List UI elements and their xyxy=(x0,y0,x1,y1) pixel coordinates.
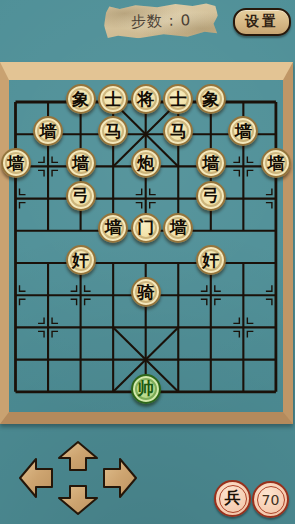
piece-弓: 弓 xyxy=(196,181,226,211)
piece-墙: 墙 xyxy=(98,213,128,243)
piece-帅[interactable]: 帅 xyxy=(131,374,161,404)
piece-士: 士 xyxy=(98,84,128,114)
piece-象: 象 xyxy=(196,84,226,114)
piece-炮: 炮 xyxy=(131,148,161,178)
piece-墙: 墙 xyxy=(66,148,96,178)
piece-象: 象 xyxy=(66,84,96,114)
piece-门: 门 xyxy=(131,213,161,243)
settings-button-label: 设置 xyxy=(245,13,279,31)
dpad-right-button[interactable] xyxy=(104,459,136,497)
dpad-down-button[interactable] xyxy=(59,486,97,514)
settings-button[interactable]: 设置 xyxy=(233,8,291,36)
piece-奸: 奸 xyxy=(66,245,96,275)
dpad-up-button[interactable] xyxy=(59,442,97,470)
counter-button[interactable]: 70 xyxy=(252,481,289,518)
soldier-piece-label: 兵 xyxy=(225,488,241,509)
piece-将: 将 xyxy=(131,84,161,114)
piece-弓: 弓 xyxy=(66,181,96,211)
steps-ribbon: 步数 : 0 xyxy=(104,3,219,40)
soldier-piece-button[interactable]: 兵 xyxy=(214,480,251,517)
piece-墙: 墙 xyxy=(196,148,226,178)
steps-text: 步数 : 0 xyxy=(131,11,192,31)
piece-奸: 奸 xyxy=(196,245,226,275)
game-screen: 步数 : 0 设置 象士将士象墙马马墙墙墙炮墙墙弓弓墙门墙奸奸骑帅 兵 70 xyxy=(0,0,295,524)
piece-墙: 墙 xyxy=(1,148,31,178)
counter-value: 70 xyxy=(262,492,280,508)
dpad-left-button[interactable] xyxy=(20,459,52,497)
dpad xyxy=(15,436,141,521)
piece-骑: 骑 xyxy=(131,277,161,307)
piece-墙: 墙 xyxy=(163,213,193,243)
